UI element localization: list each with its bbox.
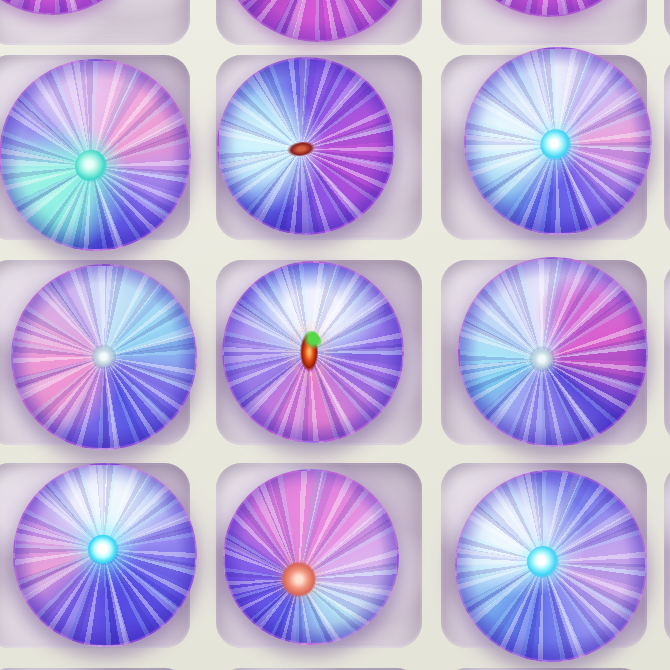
photo-crystal-tray <box>0 0 670 670</box>
crystal-r4c1 <box>13 463 197 647</box>
crystal-apex-r4c1 <box>88 534 119 565</box>
crystal-apex-r3c1 <box>91 344 116 369</box>
crystal-r3c2 <box>222 261 404 443</box>
crystal-apex-r4c2 <box>282 562 316 596</box>
crystal-apex-r2c1 <box>75 150 107 182</box>
crystal-r4c2 <box>223 469 399 645</box>
tray-cell-r4c4 <box>664 463 670 648</box>
crystal-apex-r3c2 <box>296 331 323 374</box>
crystal-r3c1 <box>11 264 197 450</box>
crystal-apex-r4c3 <box>527 546 559 578</box>
crystal-r2c3 <box>464 47 652 235</box>
crystal-apex-r2c3 <box>541 129 572 160</box>
tray-cell-r1c4 <box>664 0 670 45</box>
crystal-apex-r2c2 <box>285 141 316 159</box>
crystal-r3c3 <box>458 257 648 447</box>
crystal-r2c2 <box>217 57 395 235</box>
tray-cell-r3c4 <box>664 260 670 445</box>
crystal-r2c1 <box>0 59 191 251</box>
crystal-r4c3 <box>455 470 647 662</box>
crystal-apex-r3c3 <box>529 346 555 372</box>
tray-cell-r2c4 <box>664 55 670 240</box>
